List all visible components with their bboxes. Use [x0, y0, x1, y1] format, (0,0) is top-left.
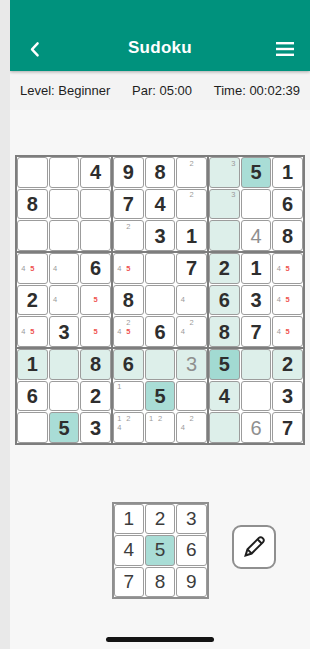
cell-value: 5 [250, 162, 261, 182]
cell-r9c2[interactable]: 5 [49, 412, 80, 443]
level-label: Level: Beginner [20, 83, 110, 98]
cell-r9c3[interactable]: 3 [80, 412, 111, 443]
cell-value: 3 [282, 386, 293, 406]
pencil-marks: 4 [51, 255, 78, 282]
cell-r1c3[interactable]: 4 [80, 157, 111, 188]
menu-button[interactable] [270, 36, 300, 62]
cell-value: 3 [90, 418, 101, 438]
board-box-7: 186253 [17, 349, 111, 443]
cell-r4c7[interactable]: 2 [209, 253, 240, 284]
cell-value: 5 [219, 354, 230, 374]
cell-r9c4[interactable]: 124 [113, 412, 144, 443]
pencil-icon [240, 533, 268, 561]
cell-r4c4[interactable]: 45 [113, 253, 144, 284]
pencil-marks: 4 [178, 287, 205, 314]
cell-r9c5[interactable]: 12 [145, 412, 176, 443]
cell-r6c1[interactable]: 45 [17, 316, 48, 347]
cell-r8c9[interactable]: 3 [272, 381, 303, 412]
pencil-marks: 124 [115, 414, 142, 441]
cell-r3c3[interactable] [80, 220, 111, 251]
board-box-3: 3513648 [209, 157, 303, 251]
cell-r5c5[interactable] [145, 285, 176, 316]
cell-r8c2[interactable] [49, 381, 80, 412]
cell-r6c5[interactable]: 6 [145, 316, 176, 347]
cell-r9c1[interactable] [17, 412, 48, 443]
cell-r1c6[interactable]: 2 [176, 157, 207, 188]
cell-r2c9[interactable]: 6 [272, 189, 303, 220]
cell-r1c2[interactable] [49, 157, 80, 188]
pencil-marks: 2 [178, 191, 205, 218]
cell-value: 6 [250, 418, 261, 438]
cell-r2c1[interactable]: 8 [17, 189, 48, 220]
cell-value: 5 [154, 386, 165, 406]
cell-r2c5[interactable]: 4 [145, 189, 176, 220]
pencil-marks: 45 [19, 318, 46, 345]
pencil-marks: 45 [274, 255, 301, 282]
cell-value: 1 [282, 162, 293, 182]
sudoku-app: Sudoku Level: Beginner Par: 05:00 Time: … [10, 0, 310, 649]
cell-r7c4[interactable]: 6 [113, 349, 144, 380]
pencil-marks: 5 [82, 318, 109, 345]
pad-number-1[interactable]: 1 [114, 504, 144, 534]
cell-value: 4 [250, 226, 261, 246]
pencil-marks: 24 [178, 414, 205, 441]
cell-r7c2[interactable] [49, 349, 80, 380]
cell-value: 6 [154, 322, 165, 342]
cell-r2c7[interactable]: 3 [209, 189, 240, 220]
sudoku-board: 4898274223135136484546245453545784245624… [15, 155, 305, 445]
pad-number-4[interactable]: 4 [114, 535, 144, 565]
cell-value: 1 [27, 354, 38, 374]
pencil-marks: 4 [51, 287, 78, 314]
cell-r8c6[interactable] [176, 381, 207, 412]
cell-value: 4 [219, 386, 230, 406]
pencil-marks: 45 [274, 318, 301, 345]
cell-value: 7 [123, 194, 134, 214]
cell-value: 3 [154, 226, 165, 246]
cell-r7c3[interactable]: 8 [80, 349, 111, 380]
cell-r6c2[interactable]: 3 [49, 316, 80, 347]
cell-r2c8[interactable] [241, 189, 272, 220]
number-pad: 1 2 3 4 5 6 7 8 9 [112, 502, 209, 599]
cell-value: 2 [90, 386, 101, 406]
cell-value: 6 [27, 386, 38, 406]
cell-value: 2 [27, 290, 38, 310]
cell-r7c9[interactable]: 2 [272, 349, 303, 380]
pencil-marks: 2 [115, 222, 142, 249]
cell-value: 9 [123, 162, 134, 182]
cell-r9c6[interactable]: 24 [176, 412, 207, 443]
board-box-5: 45784245624 [113, 253, 207, 347]
cell-r6c8[interactable]: 7 [241, 316, 272, 347]
elapsed-time-label: Time: 00:02:39 [214, 83, 300, 98]
cell-r1c8[interactable]: 5 [241, 157, 272, 188]
cell-value: 1 [186, 226, 197, 246]
pencil-marks: 3 [211, 191, 238, 218]
board-box-2: 982742231 [113, 157, 207, 251]
cell-r5c2[interactable]: 4 [49, 285, 80, 316]
cell-r7c7[interactable]: 5 [209, 349, 240, 380]
cell-r8c4[interactable]: 1 [113, 381, 144, 412]
cell-r4c1[interactable]: 45 [17, 253, 48, 284]
cell-r2c2[interactable] [49, 189, 80, 220]
cell-value: 8 [123, 290, 134, 310]
board-box-8: 63151241224 [113, 349, 207, 443]
cell-value: 3 [250, 290, 261, 310]
cell-r4c8[interactable]: 1 [241, 253, 272, 284]
cell-r6c7[interactable]: 8 [209, 316, 240, 347]
home-indicator-bar[interactable] [106, 637, 214, 642]
board-box-9: 524367 [209, 349, 303, 443]
cell-r7c5[interactable] [145, 349, 176, 380]
cell-r1c5[interactable]: 8 [145, 157, 176, 188]
cell-value: 8 [90, 354, 101, 374]
cell-r4c5[interactable] [145, 253, 176, 284]
cell-r3c2[interactable] [49, 220, 80, 251]
pencil-marks: 12 [147, 414, 174, 441]
pad-number-9[interactable]: 9 [176, 567, 206, 597]
cell-r8c7[interactable]: 4 [209, 381, 240, 412]
pencil-marks: 45 [19, 255, 46, 282]
cell-value: 6 [282, 194, 293, 214]
cell-value: 8 [154, 162, 165, 182]
cell-r3c7[interactable] [209, 220, 240, 251]
pencil-marks: 2 [178, 159, 205, 186]
cell-r7c6[interactable]: 3 [176, 349, 207, 380]
pencil-marks: 24 [178, 318, 205, 345]
cell-value: 4 [154, 194, 165, 214]
cell-r3c5[interactable]: 3 [145, 220, 176, 251]
cell-value: 4 [90, 162, 101, 182]
app-header: Sudoku [10, 0, 310, 71]
par-time-label: Par: 05:00 [132, 83, 192, 98]
cell-r6c9[interactable]: 45 [272, 316, 303, 347]
cell-value: 7 [250, 322, 261, 342]
cell-r1c1[interactable] [17, 157, 48, 188]
cell-r5c4[interactable]: 8 [113, 285, 144, 316]
hamburger-menu-icon [275, 41, 295, 57]
pencil-marks: 5 [82, 287, 109, 314]
cell-r3c4[interactable]: 2 [113, 220, 144, 251]
cell-r7c1[interactable]: 1 [17, 349, 48, 380]
cell-r8c5[interactable]: 5 [145, 381, 176, 412]
cell-r5c1[interactable]: 2 [17, 285, 48, 316]
cell-value: 1 [250, 258, 261, 278]
pad-number-2[interactable]: 2 [145, 504, 175, 534]
cell-r5c7[interactable]: 6 [209, 285, 240, 316]
cell-value: 7 [186, 258, 197, 278]
cell-value: 6 [90, 258, 101, 278]
cell-r4c3[interactable]: 6 [80, 253, 111, 284]
cell-r1c4[interactable]: 9 [113, 157, 144, 188]
cell-r3c6[interactable]: 1 [176, 220, 207, 251]
cell-r3c8[interactable]: 4 [241, 220, 272, 251]
pad-number-6[interactable]: 6 [176, 535, 206, 565]
cell-r8c1[interactable]: 6 [17, 381, 48, 412]
cell-r9c9[interactable]: 7 [272, 412, 303, 443]
cell-r2c6[interactable]: 2 [176, 189, 207, 220]
pad-number-8[interactable]: 8 [145, 567, 175, 597]
cell-r6c4[interactable]: 245 [113, 316, 144, 347]
pencil-marks: 3 [211, 159, 238, 186]
pad-number-3[interactable]: 3 [176, 504, 206, 534]
cell-value: 8 [219, 322, 230, 342]
controls-row: 1 2 3 4 5 6 7 8 9 [10, 502, 310, 599]
cell-r2c3[interactable] [80, 189, 111, 220]
game-info-bar: Level: Beginner Par: 05:00 Time: 00:02:3… [10, 71, 310, 110]
pencil-marks: 45 [115, 255, 142, 282]
cell-r5c6[interactable]: 4 [176, 285, 207, 316]
cell-value: 5 [58, 418, 69, 438]
board-box-6: 214563458745 [209, 253, 303, 347]
cell-value: 2 [219, 258, 230, 278]
pencil-marks: 45 [274, 287, 301, 314]
page-title: Sudoku [10, 38, 310, 58]
cell-r4c6[interactable]: 7 [176, 253, 207, 284]
cell-r3c1[interactable] [17, 220, 48, 251]
cell-value: 6 [219, 290, 230, 310]
cell-r9c8[interactable]: 6 [241, 412, 272, 443]
cell-r8c8[interactable] [241, 381, 272, 412]
cell-r7c8[interactable] [241, 349, 272, 380]
cell-r3c9[interactable]: 8 [272, 220, 303, 251]
board-box-1: 48 [17, 157, 111, 251]
cell-r6c3[interactable]: 5 [80, 316, 111, 347]
cell-r6c6[interactable]: 24 [176, 316, 207, 347]
pad-number-5[interactable]: 5 [145, 535, 175, 565]
pencil-marks: 1 [115, 383, 142, 410]
cell-r1c7[interactable]: 3 [209, 157, 240, 188]
cell-r8c3[interactable]: 2 [80, 381, 111, 412]
cell-r4c2[interactable]: 4 [49, 253, 80, 284]
cell-value: 3 [186, 354, 197, 374]
pad-number-7[interactable]: 7 [114, 567, 144, 597]
pencil-mode-button[interactable] [232, 525, 276, 569]
cell-value: 8 [282, 226, 293, 246]
cell-value: 8 [27, 194, 38, 214]
cell-r5c3[interactable]: 5 [80, 285, 111, 316]
cell-r9c7[interactable] [209, 412, 240, 443]
pencil-marks: 245 [115, 318, 142, 345]
cell-r5c9[interactable]: 45 [272, 285, 303, 316]
cell-r4c9[interactable]: 45 [272, 253, 303, 284]
cell-value: 6 [123, 354, 134, 374]
cell-value: 2 [282, 354, 293, 374]
cell-r1c9[interactable]: 1 [272, 157, 303, 188]
cell-value: 7 [282, 418, 293, 438]
cell-r2c4[interactable]: 7 [113, 189, 144, 220]
board-box-4: 45462454535 [17, 253, 111, 347]
cell-r5c8[interactable]: 3 [241, 285, 272, 316]
cell-value: 3 [58, 322, 69, 342]
